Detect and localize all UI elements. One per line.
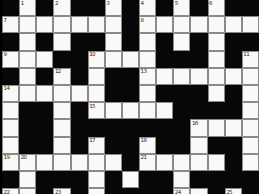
white-cell-r4c12[interactable] <box>208 68 225 85</box>
white-cell-r8c3[interactable] <box>53 137 70 154</box>
white-cell-r2c10[interactable] <box>173 33 190 50</box>
white-cell-r0c3[interactable]: 2 <box>53 0 70 16</box>
black-cell-r10c6 <box>105 171 122 188</box>
black-cell-r5c7 <box>122 85 139 102</box>
white-cell-r3c2[interactable] <box>36 51 53 68</box>
white-cell-r9c14[interactable] <box>242 154 259 171</box>
clue-number-13: 13 <box>141 68 147 74</box>
white-cell-r4c10[interactable] <box>173 68 190 85</box>
white-cell-r7c13[interactable] <box>225 119 242 136</box>
black-cell-r6c4 <box>71 102 88 119</box>
black-cell-r8c13 <box>225 137 242 154</box>
white-cell-r10c7[interactable] <box>122 171 139 188</box>
black-cell-r10c12 <box>208 171 225 188</box>
white-cell-r1c9[interactable] <box>156 16 173 33</box>
black-cell-r11c8 <box>139 188 156 194</box>
crossword-grid: 1234567891011121314151617181920212223242… <box>2 0 259 194</box>
white-cell-r3c7[interactable] <box>122 51 139 68</box>
black-cell-r7c9 <box>156 119 173 136</box>
black-cell-r0c14 <box>242 0 259 16</box>
white-cell-r4c8[interactable]: 13 <box>139 68 156 85</box>
white-cell-r3c6[interactable] <box>105 51 122 68</box>
white-cell-r7c0[interactable] <box>2 119 19 136</box>
clue-number-14: 14 <box>4 85 10 91</box>
black-cell-r4c4 <box>71 68 88 85</box>
white-cell-r1c2[interactable] <box>36 16 53 33</box>
white-cell-r7c14[interactable] <box>242 119 259 136</box>
white-cell-r2c1[interactable] <box>19 33 36 50</box>
black-cell-r0c11 <box>190 0 207 16</box>
white-cell-r9c3[interactable] <box>53 154 70 171</box>
white-cell-r5c5[interactable] <box>88 85 105 102</box>
black-cell-r8c4 <box>71 137 88 154</box>
clue-number-6: 6 <box>209 0 212 6</box>
white-cell-r9c12[interactable] <box>208 154 225 171</box>
black-cell-r0c0 <box>2 0 19 16</box>
white-cell-r1c5[interactable] <box>88 16 105 33</box>
black-cell-r0c5 <box>88 0 105 16</box>
white-cell-r9c11[interactable] <box>190 154 207 171</box>
crossword-puzzle: 1234567891011121314151617181920212223242… <box>0 0 259 194</box>
clue-number-22: 22 <box>4 189 10 194</box>
black-cell-r8c1 <box>19 137 36 154</box>
clue-number-23: 23 <box>55 189 61 194</box>
black-cell-r6c10 <box>173 102 190 119</box>
white-cell-r8c0[interactable] <box>2 137 19 154</box>
white-cell-r1c10[interactable] <box>173 16 190 33</box>
white-cell-r7c12[interactable] <box>208 119 225 136</box>
white-cell-r4c9[interactable] <box>156 68 173 85</box>
black-cell-r0c7 <box>122 0 139 16</box>
black-cell-r3c4 <box>71 51 88 68</box>
black-cell-r7c6 <box>105 119 122 136</box>
black-cell-r11c4 <box>71 188 88 194</box>
black-cell-r10c11 <box>190 171 207 188</box>
white-cell-r8c5[interactable]: 17 <box>88 137 105 154</box>
black-cell-r2c4 <box>71 33 88 50</box>
black-cell-r1c7 <box>122 16 139 33</box>
clue-number-8: 8 <box>141 17 144 23</box>
black-cell-r5c11 <box>190 85 207 102</box>
white-cell-r10c1[interactable] <box>19 171 36 188</box>
white-cell-r0c1[interactable]: 1 <box>19 0 36 16</box>
black-cell-r0c9 <box>156 0 173 16</box>
white-cell-r2c12[interactable] <box>208 33 225 50</box>
white-cell-r1c6[interactable] <box>105 16 122 33</box>
white-cell-r9c0[interactable]: 19 <box>2 154 19 171</box>
clue-number-12: 12 <box>55 68 61 74</box>
white-cell-r3c14[interactable]: 11 <box>242 51 259 68</box>
black-cell-r10c8 <box>139 171 156 188</box>
black-cell-r6c11 <box>190 102 207 119</box>
white-cell-r6c9[interactable] <box>156 102 173 119</box>
clue-number-21: 21 <box>141 154 147 160</box>
white-cell-r9c10[interactable] <box>173 154 190 171</box>
white-cell-r1c1[interactable] <box>19 16 36 33</box>
black-cell-r3c9 <box>156 51 173 68</box>
white-cell-r4c14[interactable] <box>242 68 259 85</box>
black-cell-r9c13 <box>225 154 242 171</box>
white-cell-r2c8[interactable] <box>139 33 156 50</box>
white-cell-r1c4[interactable] <box>71 16 88 33</box>
white-cell-r5c3[interactable] <box>53 85 70 102</box>
white-cell-r11c3[interactable]: 23 <box>53 188 70 194</box>
white-cell-r3c1[interactable] <box>19 51 36 68</box>
black-cell-r2c5 <box>88 33 105 50</box>
black-cell-r3c13 <box>225 51 242 68</box>
clue-number-2: 2 <box>55 0 58 6</box>
black-cell-r7c2 <box>36 119 53 136</box>
white-cell-r1c8[interactable]: 8 <box>139 16 156 33</box>
black-cell-r2c14 <box>242 33 259 50</box>
white-cell-r1c0[interactable]: 7 <box>2 16 19 33</box>
black-cell-r2c0 <box>2 33 19 50</box>
black-cell-r10c13 <box>225 171 242 188</box>
black-cell-r2c11 <box>190 33 207 50</box>
white-cell-r6c3[interactable] <box>53 102 70 119</box>
clue-number-25: 25 <box>226 189 232 194</box>
white-cell-r11c0[interactable]: 22 <box>2 188 19 194</box>
white-cell-r9c9[interactable] <box>156 154 173 171</box>
black-cell-r2c13 <box>225 33 242 50</box>
white-cell-r6c6[interactable] <box>105 102 122 119</box>
white-cell-r0c8[interactable]: 4 <box>139 0 156 16</box>
black-cell-r11c9 <box>156 188 173 194</box>
clue-number-20: 20 <box>21 154 27 160</box>
white-cell-r0c6[interactable]: 3 <box>105 0 122 16</box>
white-cell-r1c11[interactable] <box>190 16 207 33</box>
black-cell-r7c4 <box>71 119 88 136</box>
black-cell-r2c9 <box>156 33 173 50</box>
black-cell-r8c7 <box>122 137 139 154</box>
white-cell-r7c3[interactable] <box>53 119 70 136</box>
black-cell-r11c14 <box>242 188 259 194</box>
white-cell-r8c8[interactable]: 18 <box>139 137 156 154</box>
black-cell-r4c7 <box>122 68 139 85</box>
black-cell-r6c13 <box>225 102 242 119</box>
black-cell-r0c13 <box>225 0 242 16</box>
clue-number-7: 7 <box>4 17 7 23</box>
black-cell-r5c9 <box>156 85 173 102</box>
white-cell-r0c10[interactable]: 5 <box>173 0 190 16</box>
white-cell-r9c5[interactable] <box>88 154 105 171</box>
black-cell-r7c1 <box>19 119 36 136</box>
white-cell-r11c10[interactable]: 24 <box>173 188 190 194</box>
black-cell-r11c7 <box>122 188 139 194</box>
white-cell-r2c3[interactable] <box>53 33 70 50</box>
white-cell-r2c6[interactable] <box>105 33 122 50</box>
white-cell-r9c8[interactable]: 21 <box>139 154 156 171</box>
black-cell-r6c1 <box>19 102 36 119</box>
black-cell-r0c2 <box>36 0 53 16</box>
black-cell-r7c8 <box>139 119 156 136</box>
black-cell-r8c10 <box>173 137 190 154</box>
black-cell-r2c7 <box>122 33 139 50</box>
white-cell-r6c14[interactable] <box>242 102 259 119</box>
white-cell-r3c5[interactable]: 10 <box>88 51 105 68</box>
black-cell-r4c0 <box>2 68 19 85</box>
black-cell-r6c2 <box>36 102 53 119</box>
white-cell-r10c10[interactable] <box>173 171 190 188</box>
black-cell-r11c12 <box>208 188 225 194</box>
white-cell-r4c13[interactable] <box>225 68 242 85</box>
white-cell-r11c1[interactable] <box>19 188 36 194</box>
white-cell-r5c1[interactable] <box>19 85 36 102</box>
white-cell-r1c12[interactable] <box>208 16 225 33</box>
clue-number-15: 15 <box>89 103 95 109</box>
white-cell-r4c1[interactable] <box>19 68 36 85</box>
clue-number-4: 4 <box>141 0 144 6</box>
clue-number-11: 11 <box>243 51 249 57</box>
black-cell-r4c2 <box>36 68 53 85</box>
clue-number-9: 9 <box>4 51 7 57</box>
white-cell-r7c11[interactable]: 16 <box>190 119 207 136</box>
clue-number-16: 16 <box>192 120 198 126</box>
black-cell-r9c7 <box>122 154 139 171</box>
clue-number-18: 18 <box>141 137 147 143</box>
white-cell-r5c4[interactable] <box>71 85 88 102</box>
white-cell-r6c8[interactable] <box>139 102 156 119</box>
clue-number-1: 1 <box>21 0 24 6</box>
clue-number-17: 17 <box>89 137 95 143</box>
black-cell-r7c10 <box>173 119 190 136</box>
black-cell-r10c2 <box>36 171 53 188</box>
black-cell-r10c14 <box>242 171 259 188</box>
black-cell-r5c13 <box>225 85 242 102</box>
black-cell-r8c2 <box>36 137 53 154</box>
white-cell-r8c14[interactable] <box>242 137 259 154</box>
clue-number-3: 3 <box>106 0 109 6</box>
white-cell-r1c14[interactable] <box>242 16 259 33</box>
clue-number-24: 24 <box>175 189 181 194</box>
clue-number-19: 19 <box>4 154 10 160</box>
white-cell-r0c12[interactable]: 6 <box>208 0 225 16</box>
black-cell-r10c0 <box>2 171 19 188</box>
black-cell-r10c3 <box>53 171 70 188</box>
black-cell-r6c12 <box>208 102 225 119</box>
black-cell-r10c4 <box>71 171 88 188</box>
white-cell-r3c0[interactable]: 9 <box>2 51 19 68</box>
white-cell-r3c12[interactable] <box>208 51 225 68</box>
black-cell-r8c12 <box>208 137 225 154</box>
white-cell-r11c13[interactable]: 25 <box>225 188 242 194</box>
white-cell-r3c8[interactable] <box>139 51 156 68</box>
white-cell-r1c3[interactable] <box>53 16 70 33</box>
white-cell-r5c2[interactable] <box>36 85 53 102</box>
black-cell-r3c10 <box>173 51 190 68</box>
white-cell-r5c8[interactable] <box>139 85 156 102</box>
white-cell-r6c0[interactable] <box>2 102 19 119</box>
white-cell-r6c7[interactable] <box>122 102 139 119</box>
white-cell-r4c3[interactable]: 12 <box>53 68 70 85</box>
black-cell-r3c11 <box>190 51 207 68</box>
black-cell-r7c7 <box>122 119 139 136</box>
black-cell-r2c2 <box>36 33 53 50</box>
white-cell-r9c1[interactable]: 20 <box>19 154 36 171</box>
black-cell-r0c4 <box>71 0 88 16</box>
white-cell-r11c5[interactable] <box>88 188 105 194</box>
white-cell-r10c5[interactable] <box>88 171 105 188</box>
black-cell-r11c2 <box>36 188 53 194</box>
white-cell-r8c11[interactable] <box>190 137 207 154</box>
black-cell-r5c10 <box>173 85 190 102</box>
black-cell-r8c6 <box>105 137 122 154</box>
white-cell-r4c5[interactable] <box>88 68 105 85</box>
black-cell-r10c9 <box>156 171 173 188</box>
black-cell-r4c6 <box>105 68 122 85</box>
white-cell-r1c13[interactable] <box>225 16 242 33</box>
white-cell-r9c4[interactable] <box>71 154 88 171</box>
white-cell-r11c11[interactable] <box>190 188 207 194</box>
clue-number-10: 10 <box>89 51 95 57</box>
black-cell-r5c6 <box>105 85 122 102</box>
black-cell-r3c3 <box>53 51 70 68</box>
white-cell-r9c2[interactable] <box>36 154 53 171</box>
black-cell-r7c5 <box>88 119 105 136</box>
white-cell-r6c5[interactable]: 15 <box>88 102 105 119</box>
black-cell-r11c6 <box>105 188 122 194</box>
white-cell-r4c11[interactable] <box>190 68 207 85</box>
black-cell-r8c9 <box>156 137 173 154</box>
clue-number-5: 5 <box>175 0 178 6</box>
white-cell-r9c6[interactable] <box>105 154 122 171</box>
white-cell-r5c14[interactable] <box>242 85 259 102</box>
white-cell-r5c12[interactable] <box>208 85 225 102</box>
white-cell-r5c0[interactable]: 14 <box>2 85 19 102</box>
